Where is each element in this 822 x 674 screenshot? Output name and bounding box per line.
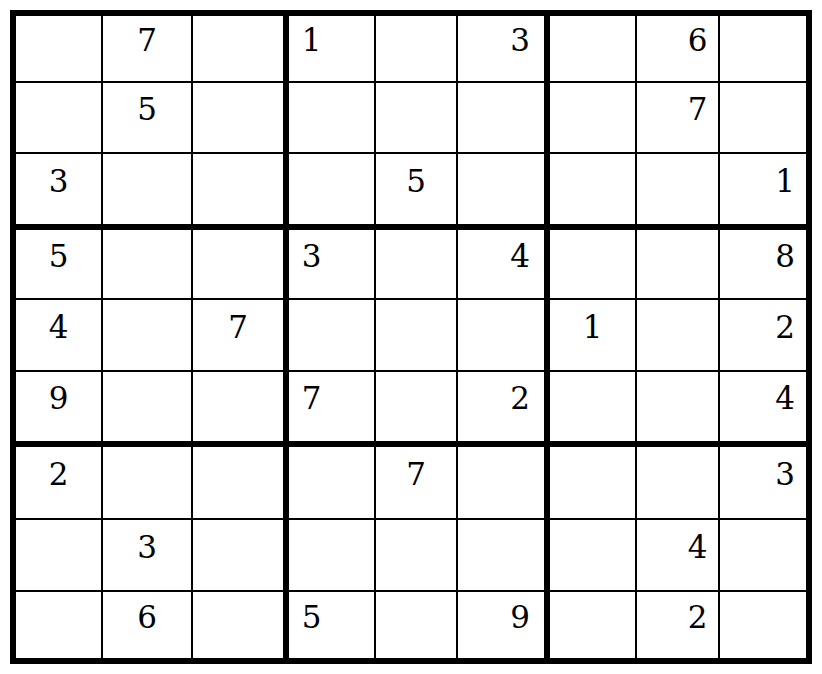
cell-r9c2[interactable]: 6 <box>103 592 193 658</box>
given-digit: 5 <box>302 602 322 633</box>
given-digit: 3 <box>302 241 322 272</box>
cell-r1c5[interactable] <box>376 16 458 83</box>
cell-r9c4[interactable]: 5 <box>289 592 376 658</box>
cell-r9c1[interactable] <box>16 592 103 658</box>
cell-r6c7[interactable] <box>550 372 637 447</box>
cell-r8c4[interactable] <box>289 520 376 592</box>
given-digit: 7 <box>302 383 322 414</box>
cell-r5c6[interactable] <box>458 300 550 372</box>
cell-r3c3[interactable] <box>193 154 289 230</box>
given-digit: 3 <box>49 166 69 197</box>
cell-r7c7[interactable] <box>550 447 637 520</box>
given-digit: 2 <box>510 383 530 414</box>
given-digit: 4 <box>49 312 69 343</box>
cell-r4c5[interactable] <box>376 230 458 300</box>
cell-r6c3[interactable] <box>193 372 289 447</box>
given-digit: 2 <box>49 459 69 490</box>
cell-r1c3[interactable] <box>193 16 289 83</box>
given-digit: 7 <box>228 312 248 343</box>
cell-r1c2[interactable]: 7 <box>103 16 193 83</box>
given-digit: 1 <box>302 25 322 56</box>
given-digit: 7 <box>688 94 708 125</box>
cell-r3c7[interactable] <box>550 154 637 230</box>
cell-r2c2[interactable]: 5 <box>103 83 193 154</box>
cell-r3c2[interactable] <box>103 154 193 230</box>
cell-r7c5[interactable]: 7 <box>376 447 458 520</box>
given-digit: 1 <box>775 166 795 197</box>
cell-r1c9[interactable] <box>720 16 806 83</box>
given-digit: 9 <box>510 602 530 633</box>
given-digit: 2 <box>688 602 708 633</box>
cell-r7c6[interactable] <box>458 447 550 520</box>
cell-r1c4[interactable]: 1 <box>289 16 376 83</box>
cell-r6c9[interactable]: 4 <box>720 372 806 447</box>
cell-r6c1[interactable]: 9 <box>16 372 103 447</box>
cell-r4c6[interactable]: 4 <box>458 230 550 300</box>
given-digit: 6 <box>137 602 157 633</box>
cell-r1c1[interactable] <box>16 16 103 83</box>
cell-r7c9[interactable]: 3 <box>720 447 806 520</box>
cell-r8c6[interactable] <box>458 520 550 592</box>
cell-r5c8[interactable] <box>637 300 720 372</box>
cell-r3c5[interactable]: 5 <box>376 154 458 230</box>
cell-r6c8[interactable] <box>637 372 720 447</box>
cell-r6c2[interactable] <box>103 372 193 447</box>
given-digit: 5 <box>406 166 426 197</box>
cell-r2c3[interactable] <box>193 83 289 154</box>
given-digit: 3 <box>510 25 530 56</box>
cell-r6c6[interactable]: 2 <box>458 372 550 447</box>
cell-r9c6[interactable]: 9 <box>458 592 550 658</box>
cell-r7c8[interactable] <box>637 447 720 520</box>
cell-r6c4[interactable]: 7 <box>289 372 376 447</box>
given-digit: 3 <box>775 459 795 490</box>
cell-r5c2[interactable] <box>103 300 193 372</box>
cell-r3c8[interactable] <box>637 154 720 230</box>
given-digit: 7 <box>137 25 157 56</box>
given-digit: 8 <box>775 241 795 272</box>
cell-r3c4[interactable] <box>289 154 376 230</box>
given-digit: 3 <box>137 532 157 563</box>
given-digit: 4 <box>510 241 530 272</box>
cell-r5c3[interactable]: 7 <box>193 300 289 372</box>
cell-r4c2[interactable] <box>103 230 193 300</box>
cell-r9c5[interactable] <box>376 592 458 658</box>
cell-r5c5[interactable] <box>376 300 458 372</box>
cell-r6c5[interactable] <box>376 372 458 447</box>
cell-r4c1[interactable]: 5 <box>16 230 103 300</box>
given-digit: 1 <box>583 312 603 343</box>
cell-r2c7[interactable] <box>550 83 637 154</box>
cell-r8c8[interactable]: 4 <box>637 520 720 592</box>
given-digit: 5 <box>137 94 157 125</box>
cell-r9c9[interactable] <box>720 592 806 658</box>
cell-r7c3[interactable] <box>193 447 289 520</box>
cell-r4c8[interactable] <box>637 230 720 300</box>
cell-r9c8[interactable]: 2 <box>637 592 720 658</box>
cell-r8c5[interactable] <box>376 520 458 592</box>
cell-r2c6[interactable] <box>458 83 550 154</box>
cell-r5c1[interactable]: 4 <box>16 300 103 372</box>
cell-r1c8[interactable]: 6 <box>637 16 720 83</box>
cell-r8c3[interactable] <box>193 520 289 592</box>
cell-r3c6[interactable] <box>458 154 550 230</box>
cell-r2c5[interactable] <box>376 83 458 154</box>
cell-r2c9[interactable] <box>720 83 806 154</box>
cell-r2c8[interactable]: 7 <box>637 83 720 154</box>
cell-r2c4[interactable] <box>289 83 376 154</box>
cell-r2c1[interactable] <box>16 83 103 154</box>
cell-r1c7[interactable] <box>550 16 637 83</box>
given-digit: 9 <box>49 383 69 414</box>
cell-r1c6[interactable]: 3 <box>458 16 550 83</box>
cell-r5c9[interactable]: 2 <box>720 300 806 372</box>
sudoku-board: 713657351534847129724273346592 <box>10 10 812 664</box>
cell-r7c4[interactable] <box>289 447 376 520</box>
given-digit: 5 <box>49 241 69 272</box>
cell-r5c4[interactable] <box>289 300 376 372</box>
given-digit: 7 <box>406 459 426 490</box>
cell-r7c2[interactable] <box>103 447 193 520</box>
cell-r3c9[interactable]: 1 <box>720 154 806 230</box>
cell-r9c3[interactable] <box>193 592 289 658</box>
given-digit: 4 <box>775 383 795 414</box>
cell-r4c3[interactable] <box>193 230 289 300</box>
cell-r5c7[interactable]: 1 <box>550 300 637 372</box>
cell-r7c1[interactable]: 2 <box>16 447 103 520</box>
given-digit: 6 <box>688 25 708 56</box>
cell-r8c7[interactable] <box>550 520 637 592</box>
cell-r8c1[interactable] <box>16 520 103 592</box>
given-digit: 2 <box>775 312 795 343</box>
cell-r9c7[interactable] <box>550 592 637 658</box>
cell-r4c4[interactable]: 3 <box>289 230 376 300</box>
cell-r4c9[interactable]: 8 <box>720 230 806 300</box>
cell-r8c9[interactable] <box>720 520 806 592</box>
cell-r4c7[interactable] <box>550 230 637 300</box>
given-digit: 4 <box>688 532 708 563</box>
cell-r3c1[interactable]: 3 <box>16 154 103 230</box>
cell-r8c2[interactable]: 3 <box>103 520 193 592</box>
